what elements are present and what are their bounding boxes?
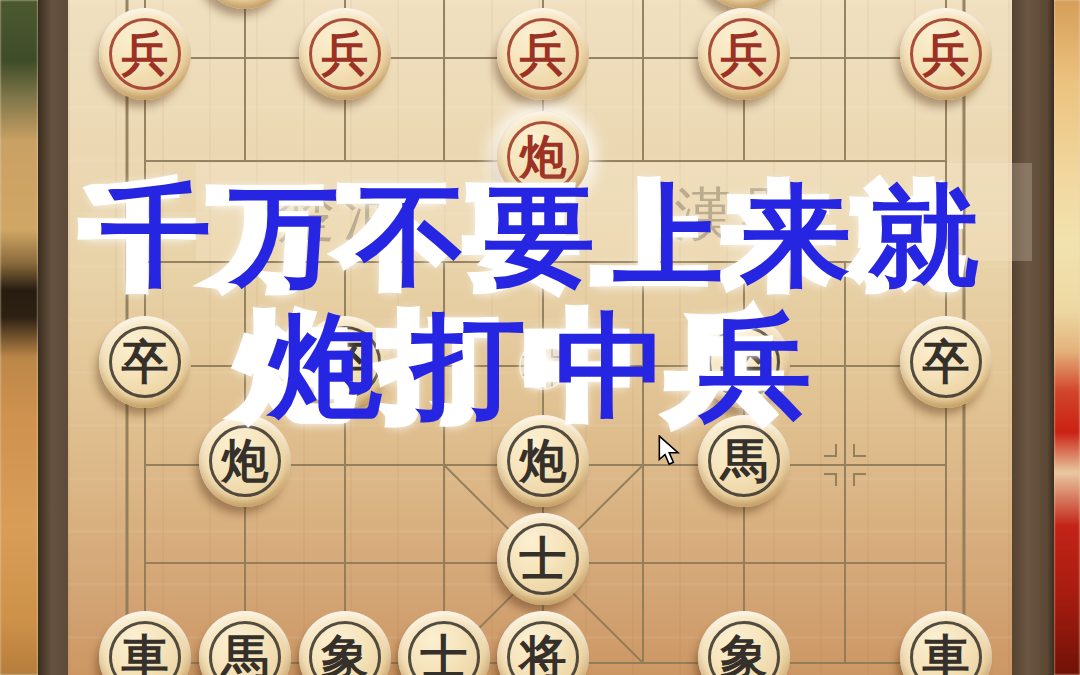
piece-red-soldier[interactable]: 兵: [497, 8, 589, 100]
caption-text: 炮打中兵: [239, 291, 841, 444]
piece-glyph: 馬: [222, 633, 269, 675]
screenshot-root: 楚河 漢界 兵兵兵兵兵炮卒卒卒卒炮炮馬士車馬象士将象車 千万不要上来就 炮打中兵: [0, 0, 1080, 675]
piece-glyph: 兵: [520, 30, 567, 77]
piece-glyph: 車: [923, 633, 970, 675]
piece-glyph: 象: [721, 633, 768, 675]
piece-glyph: 兵: [322, 30, 369, 77]
piece-glyph: 兵: [923, 30, 970, 77]
piece-glyph: 兵: [122, 30, 169, 77]
piece-glyph: 士: [421, 633, 468, 675]
caption-text: 千万不要上来就: [83, 163, 997, 312]
piece-glyph: 車: [122, 633, 169, 675]
piece-red-soldier[interactable]: 兵: [99, 8, 191, 100]
piece-black-advisor[interactable]: 士: [497, 513, 589, 605]
mouse-cursor: [657, 435, 683, 467]
piece-glyph: 士: [520, 535, 567, 582]
piece-red-soldier[interactable]: 兵: [698, 8, 790, 100]
piece-glyph: 象: [322, 633, 369, 675]
piece-glyph: 将: [520, 633, 567, 675]
piece-glyph: 兵: [721, 30, 768, 77]
caption-line-2: 炮打中兵: [0, 291, 1080, 444]
piece-red-soldier[interactable]: 兵: [900, 8, 992, 100]
piece-red-soldier[interactable]: 兵: [299, 8, 391, 100]
caption-line-1: 千万不要上来就: [0, 163, 1080, 312]
